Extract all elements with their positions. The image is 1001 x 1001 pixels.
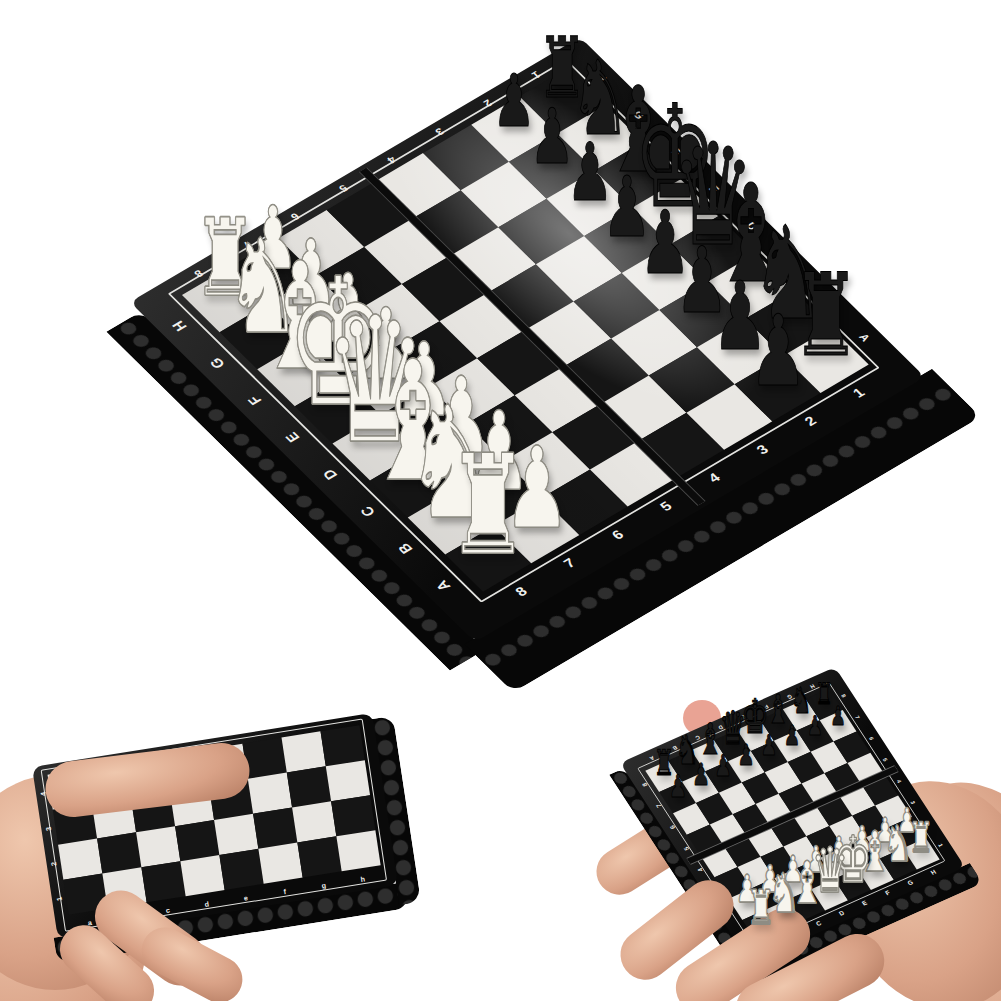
coordinate-label: h (360, 875, 365, 883)
coordinate-label: 1 (55, 896, 63, 901)
main-chess-board: HGFEDCBA8765432187654321HGFEDCBA (130, 37, 925, 642)
coordinate-label: d (204, 900, 209, 908)
coordinate-label: 2 (50, 861, 58, 866)
coordinate-label: g (321, 882, 326, 890)
product-photo-scene: HGFEDCBA8765432187654321HGFEDCBA abcdefg… (0, 0, 1001, 1001)
coordinate-label: e (243, 894, 248, 902)
coordinate-label: 3 (45, 826, 53, 831)
coordinate-label: c (165, 906, 170, 914)
